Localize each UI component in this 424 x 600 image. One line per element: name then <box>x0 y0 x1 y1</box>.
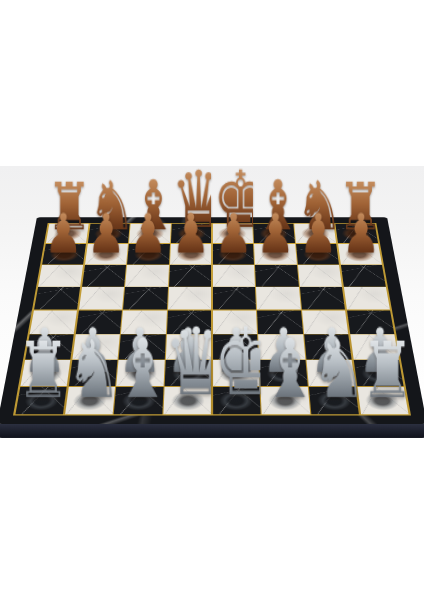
piece-copper-pawn-b7[interactable]: ♟ <box>85 206 126 261</box>
piece-silver-knight-g1[interactable]: ♞ <box>311 329 358 409</box>
piece-silver-knight-b1[interactable]: ♞ <box>65 329 112 409</box>
square-g5[interactable] <box>300 287 345 309</box>
piece-silver-king-e1[interactable]: ♚ <box>213 317 260 410</box>
square-b6[interactable] <box>82 265 126 286</box>
square-d6[interactable] <box>169 265 211 286</box>
square-b5[interactable] <box>79 287 124 309</box>
piece-silver-queen-d1[interactable]: ♛ <box>164 317 211 410</box>
square-f7[interactable]: ♟ <box>254 244 296 264</box>
square-f1[interactable]: ♝ <box>261 387 310 414</box>
square-h5[interactable] <box>344 287 390 309</box>
square-d7[interactable]: ♟ <box>170 244 211 264</box>
chess-board-grid: ♜♞♝♛♚♝♞♜♟♟♟♟♟♟♟♟♟♟♟♟♟♟♟♟♜♞♝♛♚♝♞♜ <box>13 223 411 416</box>
square-a1[interactable]: ♜ <box>15 387 66 414</box>
square-e1[interactable]: ♚ <box>213 387 261 414</box>
square-b1[interactable]: ♞ <box>65 387 115 414</box>
square-f6[interactable] <box>255 265 298 286</box>
square-h7[interactable]: ♟ <box>338 244 382 264</box>
square-c1[interactable]: ♝ <box>114 387 163 414</box>
square-g6[interactable] <box>298 265 342 286</box>
board-scene: ♜♞♝♛♚♝♞♜♟♟♟♟♟♟♟♟♟♟♟♟♟♟♟♟♜♞♝♛♚♝♞♜ <box>19 117 405 503</box>
square-g7[interactable]: ♟ <box>296 244 339 264</box>
piece-copper-pawn-f7[interactable]: ♟ <box>255 206 296 261</box>
board-front-rim <box>0 424 424 438</box>
square-e5[interactable] <box>213 287 256 309</box>
square-d5[interactable] <box>168 287 211 309</box>
chess-board: ♜♞♝♛♚♝♞♜♟♟♟♟♟♟♟♟♟♟♟♟♟♟♟♟♜♞♝♛♚♝♞♜ <box>0 217 424 424</box>
piece-copper-pawn-e7[interactable]: ♟ <box>213 206 254 261</box>
square-c7[interactable]: ♟ <box>127 244 169 264</box>
piece-silver-bishop-f1[interactable]: ♝ <box>262 328 309 410</box>
square-a6[interactable] <box>38 265 83 286</box>
square-f5[interactable] <box>256 287 300 309</box>
square-h1[interactable]: ♜ <box>357 387 408 414</box>
square-a7[interactable]: ♟ <box>42 244 86 264</box>
piece-silver-rook-a1[interactable]: ♜ <box>16 332 63 409</box>
piece-copper-pawn-d7[interactable]: ♟ <box>170 206 211 261</box>
square-c6[interactable] <box>125 265 168 286</box>
piece-copper-pawn-g7[interactable]: ♟ <box>298 206 339 261</box>
square-h6[interactable] <box>341 265 386 286</box>
square-a5[interactable] <box>34 287 80 309</box>
piece-copper-pawn-h7[interactable]: ♟ <box>340 206 381 261</box>
square-d1[interactable]: ♛ <box>163 387 211 414</box>
piece-silver-bishop-c1[interactable]: ♝ <box>115 328 162 410</box>
square-c5[interactable] <box>123 287 167 309</box>
piece-copper-pawn-c7[interactable]: ♟ <box>128 206 169 261</box>
piece-silver-rook-h1[interactable]: ♜ <box>360 332 407 409</box>
square-b7[interactable]: ♟ <box>85 244 128 264</box>
square-e6[interactable] <box>213 265 255 286</box>
square-e7[interactable]: ♟ <box>213 244 254 264</box>
square-g1[interactable]: ♞ <box>309 387 359 414</box>
piece-copper-pawn-a7[interactable]: ♟ <box>43 206 84 261</box>
product-photo: ♜♞♝♛♚♝♞♜♟♟♟♟♟♟♟♟♟♟♟♟♟♟♟♟♜♞♝♛♚♝♞♜ <box>0 0 424 600</box>
